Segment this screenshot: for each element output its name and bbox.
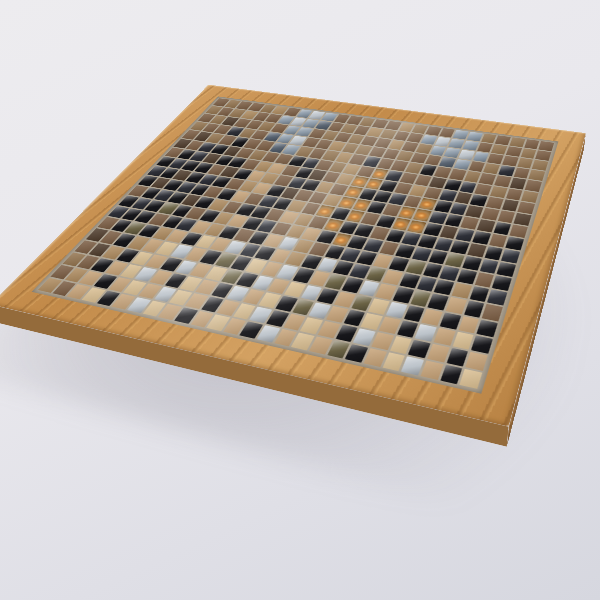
tile-silver-mirror bbox=[353, 328, 376, 346]
tile-light-brown bbox=[464, 171, 481, 182]
tile-silver-mirror bbox=[227, 286, 249, 302]
tile-black-glossy bbox=[266, 310, 289, 327]
tile-charcoal-glossy bbox=[479, 259, 498, 274]
tile-light-brown bbox=[481, 134, 497, 144]
tile-sand bbox=[263, 234, 283, 247]
tile-black-glossy bbox=[434, 200, 452, 212]
tile-amber-glossy bbox=[413, 209, 431, 222]
tile-cream bbox=[300, 317, 323, 334]
tile-black-glossy bbox=[335, 324, 358, 342]
tile-sand bbox=[112, 294, 136, 310]
tile-sand bbox=[446, 297, 467, 313]
tile-charcoal-glossy bbox=[450, 203, 468, 215]
tile-cream bbox=[284, 282, 306, 297]
tile-charcoal-glossy bbox=[363, 239, 383, 253]
tile-mid-brown bbox=[475, 184, 492, 196]
tile-charcoal-glossy bbox=[456, 228, 475, 241]
tile-silver-mirror bbox=[401, 356, 424, 375]
tile-sand bbox=[326, 306, 348, 323]
tile-charcoal-glossy bbox=[412, 247, 432, 261]
tile-silver-mirror bbox=[415, 324, 437, 342]
tile-black-glossy bbox=[492, 276, 512, 292]
tile-black-glossy bbox=[348, 236, 368, 250]
tile-sand bbox=[301, 228, 321, 241]
tile-cream bbox=[207, 314, 231, 331]
tile-black-glossy bbox=[428, 250, 447, 264]
tile-amber-glossy bbox=[392, 218, 411, 231]
tile-mid-brown bbox=[75, 240, 97, 253]
tile-mid-brown bbox=[461, 217, 479, 230]
tile-sand bbox=[422, 309, 443, 326]
tile-charcoal-glossy bbox=[402, 232, 421, 246]
tile-dark-brown bbox=[86, 228, 108, 241]
tile-silver-mirror bbox=[458, 150, 474, 160]
tile-black-glossy bbox=[181, 233, 202, 246]
tile-black-glossy bbox=[211, 282, 233, 297]
tile-mid-brown bbox=[506, 188, 523, 200]
tile-sand bbox=[371, 332, 393, 350]
tile-mid-brown bbox=[404, 196, 422, 208]
tile-mid-brown bbox=[495, 135, 511, 145]
tile-cream bbox=[169, 290, 192, 306]
tile-black-glossy bbox=[117, 248, 139, 262]
tile-mid-brown bbox=[518, 202, 535, 214]
tile-dark-brown bbox=[510, 178, 527, 189]
tile-black-glossy bbox=[97, 291, 121, 307]
tile-charcoal-glossy bbox=[176, 219, 197, 232]
tile-sand bbox=[185, 293, 208, 309]
tile-sand bbox=[243, 289, 265, 305]
tile-dark-brown bbox=[477, 219, 495, 232]
tile-mid-brown bbox=[502, 156, 518, 167]
tile-black-glossy bbox=[440, 312, 461, 329]
tile-mid-brown bbox=[370, 227, 389, 240]
tile-mid-brown bbox=[51, 265, 74, 279]
tile-light-brown bbox=[522, 191, 539, 203]
tile-mid-brown bbox=[309, 243, 329, 257]
tile-black-glossy bbox=[255, 246, 276, 260]
tile-black-glossy bbox=[317, 288, 339, 304]
tile-cream bbox=[460, 369, 483, 389]
tile-cream bbox=[361, 313, 383, 330]
tile-cream bbox=[195, 235, 216, 248]
tile-sand bbox=[458, 316, 479, 333]
tile-sand bbox=[217, 300, 240, 316]
tile-black-glossy bbox=[477, 319, 498, 337]
tile-silver-mirror bbox=[278, 237, 298, 251]
tile-amber-glossy bbox=[419, 198, 437, 210]
tile-sand bbox=[421, 360, 444, 380]
tile-sand bbox=[427, 344, 449, 363]
tile-light-brown bbox=[483, 163, 500, 174]
tile-mid-brown bbox=[474, 273, 494, 288]
tile-silver-mirror bbox=[301, 285, 323, 301]
tile-black-glossy bbox=[393, 287, 414, 303]
tile-silver-mirror bbox=[309, 302, 331, 318]
tile-sand bbox=[228, 215, 248, 228]
tile-sand bbox=[364, 348, 387, 367]
tile-mid-brown bbox=[233, 229, 254, 242]
tile-dark-brown bbox=[89, 243, 111, 256]
tile-black-glossy bbox=[114, 234, 136, 247]
tile-black-glossy bbox=[301, 255, 322, 269]
tile-silver-mirror bbox=[127, 297, 151, 313]
tile-black-glossy bbox=[293, 268, 314, 283]
tile-charcoal-glossy bbox=[429, 211, 447, 224]
tile-charcoal-glossy bbox=[440, 266, 460, 281]
tile-black-glossy bbox=[440, 365, 463, 385]
tile-sand bbox=[466, 352, 488, 371]
tile-black-glossy bbox=[344, 309, 366, 326]
tile-tan bbox=[294, 214, 314, 227]
tile-sand bbox=[279, 211, 299, 223]
tile-black-glossy bbox=[219, 226, 240, 239]
tile-silver-mirror bbox=[252, 275, 274, 290]
tile-sand bbox=[309, 336, 332, 354]
tile-black-glossy bbox=[408, 340, 430, 358]
tile-mid-brown bbox=[510, 225, 528, 238]
tile-black-glossy bbox=[484, 246, 503, 260]
tile-mid-brown bbox=[494, 176, 511, 187]
tile-sand bbox=[166, 230, 187, 243]
tile-mid-brown bbox=[525, 180, 542, 192]
tile-amber-glossy bbox=[332, 233, 352, 246]
tile-black-glossy bbox=[389, 257, 409, 272]
tile-black-glossy bbox=[342, 278, 363, 293]
tile-light-brown bbox=[521, 148, 537, 158]
tile-black-glossy bbox=[444, 179, 461, 190]
tile-mid-brown bbox=[487, 154, 503, 165]
tile-cream bbox=[120, 264, 143, 278]
tile-olive-glossy bbox=[124, 222, 145, 235]
tile-black-glossy bbox=[230, 256, 251, 270]
tile-sand bbox=[67, 284, 91, 299]
tile-sand bbox=[434, 328, 456, 346]
tile-dark-brown bbox=[502, 199, 519, 211]
tile-olive-glossy bbox=[366, 267, 387, 282]
tile-light-brown bbox=[529, 170, 545, 181]
tile-black-glossy bbox=[325, 245, 345, 259]
tile-cream bbox=[180, 276, 203, 291]
tile-black-glossy bbox=[160, 257, 182, 271]
tile-silver-mirror bbox=[250, 307, 273, 324]
tile-charcoal-glossy bbox=[239, 244, 260, 258]
tile-amber-glossy bbox=[408, 220, 427, 233]
tile-olive-glossy bbox=[292, 299, 314, 315]
tile-mid-brown bbox=[506, 146, 522, 156]
tile-tan bbox=[128, 236, 150, 249]
tile-black-glossy bbox=[451, 241, 470, 255]
tile-cream bbox=[205, 266, 227, 281]
tile-sand bbox=[190, 311, 214, 328]
tile-black-glossy bbox=[94, 274, 117, 289]
tile-dark-brown bbox=[467, 243, 486, 257]
tile-black-glossy bbox=[423, 223, 442, 236]
tile-silver-mirror bbox=[175, 260, 197, 274]
tile-charcoal-glossy bbox=[501, 249, 520, 263]
tile-mid-brown bbox=[539, 141, 555, 151]
tile-light-brown bbox=[509, 137, 525, 147]
tile-black-glossy bbox=[497, 262, 516, 277]
tile-black-glossy bbox=[236, 272, 258, 287]
tile-black-glossy bbox=[240, 321, 263, 338]
tile-olive-glossy bbox=[215, 253, 236, 267]
tile-sand bbox=[150, 270, 173, 285]
tile-mid-brown bbox=[77, 255, 100, 269]
photo-scene bbox=[0, 0, 600, 600]
tile-sand bbox=[195, 279, 218, 294]
tile-black-glossy bbox=[397, 320, 419, 337]
tile-sand bbox=[146, 254, 168, 268]
tile-mid-brown bbox=[309, 216, 329, 229]
tile-charcoal-glossy bbox=[487, 290, 507, 306]
tile-black-glossy bbox=[331, 208, 350, 220]
tile-charcoal-glossy bbox=[349, 264, 370, 279]
tile-sand bbox=[318, 321, 341, 338]
tile-mid-brown bbox=[481, 208, 499, 221]
tile-sand bbox=[268, 278, 290, 293]
tile-amber-glossy bbox=[324, 219, 343, 232]
tile-sand bbox=[383, 270, 403, 285]
tile-charcoal-glossy bbox=[340, 248, 360, 262]
tile-mid-brown bbox=[489, 234, 507, 248]
tile-silver-mirror bbox=[277, 265, 298, 280]
tile-cream bbox=[291, 333, 314, 351]
tile-cream bbox=[131, 251, 153, 265]
tile-cream bbox=[82, 287, 106, 302]
tile-amber-glossy bbox=[398, 206, 416, 218]
tile-sand bbox=[270, 249, 291, 263]
tile-black-glossy bbox=[472, 231, 491, 245]
tile-black-glossy bbox=[396, 244, 416, 258]
tile-mid-brown bbox=[271, 223, 291, 236]
tile-mid-brown bbox=[513, 168, 529, 179]
tile-mid-brown bbox=[52, 281, 76, 296]
tile-sand bbox=[379, 316, 401, 333]
tile-black-glossy bbox=[276, 296, 298, 312]
tile-charcoal-glossy bbox=[498, 166, 514, 177]
tile-mid-brown bbox=[468, 161, 485, 172]
tile-olive-glossy bbox=[445, 253, 464, 267]
tile-cream bbox=[259, 292, 281, 308]
tile-black-glossy bbox=[457, 269, 477, 284]
tile-olive-glossy bbox=[325, 274, 346, 289]
tile-silver-mirror bbox=[317, 258, 338, 272]
tile-sand bbox=[79, 271, 102, 286]
tile-dark-brown bbox=[440, 226, 459, 239]
tile-black-glossy bbox=[462, 256, 481, 271]
tile-mid-brown bbox=[383, 204, 402, 216]
tile-sand bbox=[185, 247, 207, 261]
tile-tan bbox=[152, 227, 173, 240]
tile-dark-brown bbox=[455, 192, 473, 204]
tile-silver-mirror bbox=[154, 286, 177, 302]
tile-charcoal-glossy bbox=[434, 238, 453, 252]
tile-black-glossy bbox=[506, 237, 524, 251]
tile-sand bbox=[210, 238, 231, 251]
tile-black-glossy bbox=[404, 305, 425, 322]
tile-black-glossy bbox=[469, 286, 489, 302]
tile-silver-mirror bbox=[257, 325, 280, 342]
tile-olive-glossy bbox=[351, 295, 373, 311]
tile-black-glossy bbox=[138, 225, 159, 238]
tile-light-brown bbox=[532, 160, 548, 171]
tile-light-brown bbox=[491, 145, 507, 155]
tile-sand bbox=[190, 263, 212, 278]
tile-silver-mirror bbox=[135, 267, 158, 282]
tile-mid-brown bbox=[379, 242, 399, 256]
tile-black-glossy bbox=[368, 202, 387, 214]
tile-tan bbox=[285, 252, 306, 266]
tile-amber-glossy bbox=[353, 199, 372, 211]
tile-mid-brown bbox=[361, 213, 380, 226]
tile-mid-brown bbox=[479, 173, 496, 184]
tile-tan bbox=[204, 224, 225, 237]
tile-black-glossy bbox=[434, 280, 454, 296]
tile-mid-brown bbox=[486, 197, 503, 209]
tile-sand bbox=[309, 271, 330, 286]
tile-olive-glossy bbox=[221, 269, 243, 284]
tile-black-glossy bbox=[399, 273, 419, 288]
tile-cream bbox=[246, 259, 267, 273]
tile-sand bbox=[373, 254, 393, 268]
tile-blue-gray bbox=[473, 152, 489, 162]
tile-black-glossy bbox=[200, 250, 222, 264]
tile-olive-glossy bbox=[327, 340, 350, 358]
tile-dark-brown bbox=[466, 205, 484, 217]
tile-silver-mirror bbox=[224, 241, 245, 255]
tile-tan bbox=[286, 225, 306, 238]
tile-black-glossy bbox=[339, 222, 358, 235]
tile-black-glossy bbox=[165, 273, 188, 288]
tile-tan bbox=[451, 283, 471, 299]
tile-black-glossy bbox=[445, 214, 463, 227]
tile-light-brown bbox=[517, 158, 533, 169]
tile-tan bbox=[293, 240, 313, 254]
tile-black-glossy bbox=[356, 251, 376, 265]
tile-black-glossy bbox=[464, 301, 485, 318]
tile-cream bbox=[233, 303, 256, 319]
tile-black-glossy bbox=[470, 194, 488, 206]
tile-sand bbox=[283, 314, 306, 331]
tile-mid-brown bbox=[477, 143, 493, 153]
tile-sand bbox=[261, 262, 282, 277]
tile-cream bbox=[156, 242, 178, 256]
tile-black-glossy bbox=[317, 231, 337, 244]
tile-mid-brown bbox=[498, 210, 516, 223]
tile-sand bbox=[190, 221, 211, 234]
tile-charcoal-glossy bbox=[257, 220, 277, 233]
tile-cream bbox=[452, 331, 474, 349]
tile-olive-glossy bbox=[410, 291, 431, 307]
tile-black-glossy bbox=[174, 307, 198, 323]
tile-mid-brown bbox=[535, 150, 551, 160]
tile-silver-mirror bbox=[171, 245, 193, 259]
tile-black-glossy bbox=[428, 294, 449, 310]
tile-mid-brown bbox=[100, 231, 122, 244]
tile-cream bbox=[142, 300, 166, 316]
tile-black-glossy bbox=[386, 229, 405, 242]
tile-silver-mirror bbox=[386, 302, 407, 319]
tile-black-glossy bbox=[345, 344, 368, 363]
tile-black-glossy bbox=[493, 222, 511, 235]
tile-dark-brown bbox=[514, 213, 532, 226]
tile-black-glossy bbox=[248, 232, 269, 245]
tile-mid-brown bbox=[482, 304, 502, 321]
tile-silver-mirror bbox=[359, 281, 380, 297]
tile-sand bbox=[105, 261, 128, 275]
tile-mid-brown bbox=[524, 139, 540, 149]
tile-black-glossy bbox=[201, 296, 224, 312]
tile-black-glossy bbox=[446, 348, 468, 367]
tile-amber-glossy bbox=[346, 210, 365, 223]
tile-cream bbox=[382, 352, 405, 371]
tile-sand bbox=[376, 284, 397, 300]
tile-black-glossy bbox=[376, 215, 395, 228]
tile-light-brown bbox=[63, 252, 86, 266]
tile-black-glossy bbox=[354, 224, 373, 237]
tile-black-glossy bbox=[242, 217, 262, 230]
tile-sand bbox=[223, 318, 246, 335]
tile-tan bbox=[65, 268, 88, 283]
tile-charcoal-glossy bbox=[417, 277, 437, 292]
tile-sand bbox=[274, 329, 297, 347]
tile-sand bbox=[334, 291, 356, 307]
tile-cream bbox=[368, 298, 389, 314]
coffee-table bbox=[0, 85, 586, 427]
tile-black-glossy bbox=[471, 335, 492, 353]
tile-olive-glossy bbox=[406, 260, 426, 275]
tile-sand bbox=[158, 304, 182, 320]
tile-black-glossy bbox=[418, 235, 437, 249]
tile-black-glossy bbox=[423, 263, 443, 278]
tile-sand bbox=[142, 239, 164, 252]
tile-light-brown bbox=[490, 186, 507, 198]
tile-tan bbox=[38, 278, 62, 293]
tile-charcoal-glossy bbox=[459, 181, 476, 193]
tile-cream bbox=[390, 336, 412, 354]
tile-black-glossy bbox=[91, 258, 114, 272]
tile-tan bbox=[103, 246, 125, 260]
tile-black-glossy bbox=[333, 261, 354, 276]
